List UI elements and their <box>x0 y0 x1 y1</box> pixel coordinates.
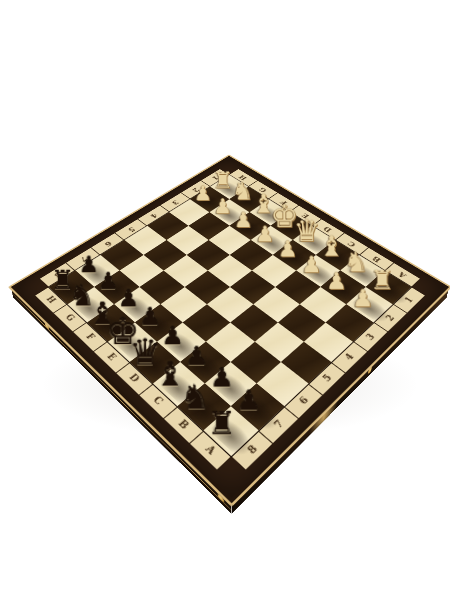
piece-white-bishop: ♝ <box>318 234 343 260</box>
piece-white-pawn: ♟ <box>194 185 212 204</box>
piece-white-pawn: ♟ <box>326 271 347 293</box>
piece-white-pawn: ♟ <box>213 197 231 217</box>
piece-white-pawn: ♟ <box>301 255 321 276</box>
piece-black-pawn: ♟ <box>161 325 184 349</box>
piece-white-knight: ♞ <box>231 180 253 203</box>
piece-white-rook: ♜ <box>370 268 394 293</box>
chess-board: HGFEDCBA HGFEDCBA 12345678 12345678 ♜♞♝♚… <box>8 155 450 507</box>
piece-white-pawn: ♟ <box>255 225 274 245</box>
piece-white-pawn: ♟ <box>278 239 298 260</box>
piece-black-pawn: ♟ <box>210 366 234 391</box>
piece-black-knight: ♞ <box>180 383 210 415</box>
playing-field: ♜♞♝♚♛♝♞♜♟♟♟♟♟♟♟♟♟♟♟♟♟♟♟♟♜♞♝♚♛♝♞♜ <box>49 175 411 456</box>
piece-white-pawn: ♟ <box>234 211 253 231</box>
piece-black-pawn: ♟ <box>98 271 119 293</box>
piece-black-pawn: ♟ <box>185 345 208 370</box>
piece-white-queen: ♛ <box>294 217 321 245</box>
piece-white-rook: ♜ <box>213 170 233 191</box>
piece-black-pawn: ♟ <box>79 255 99 276</box>
piece-black-pawn: ♟ <box>236 388 261 414</box>
brass-clasp <box>368 366 372 374</box>
chess-set-photo: HGFEDCBA HGFEDCBA 12345678 12345678 ♜♞♝♚… <box>0 0 450 600</box>
piece-white-pawn: ♟ <box>352 288 373 311</box>
piece-black-pawn: ♟ <box>139 306 161 329</box>
piece-white-knight: ♞ <box>343 250 368 276</box>
brass-clasp <box>217 493 223 503</box>
board-scene: HGFEDCBA HGFEDCBA 12345678 12345678 ♜♞♝♚… <box>0 0 450 600</box>
piece-black-pawn: ♟ <box>118 288 139 311</box>
brass-clasp <box>45 322 50 330</box>
piece-black-rook: ♜ <box>207 409 236 439</box>
